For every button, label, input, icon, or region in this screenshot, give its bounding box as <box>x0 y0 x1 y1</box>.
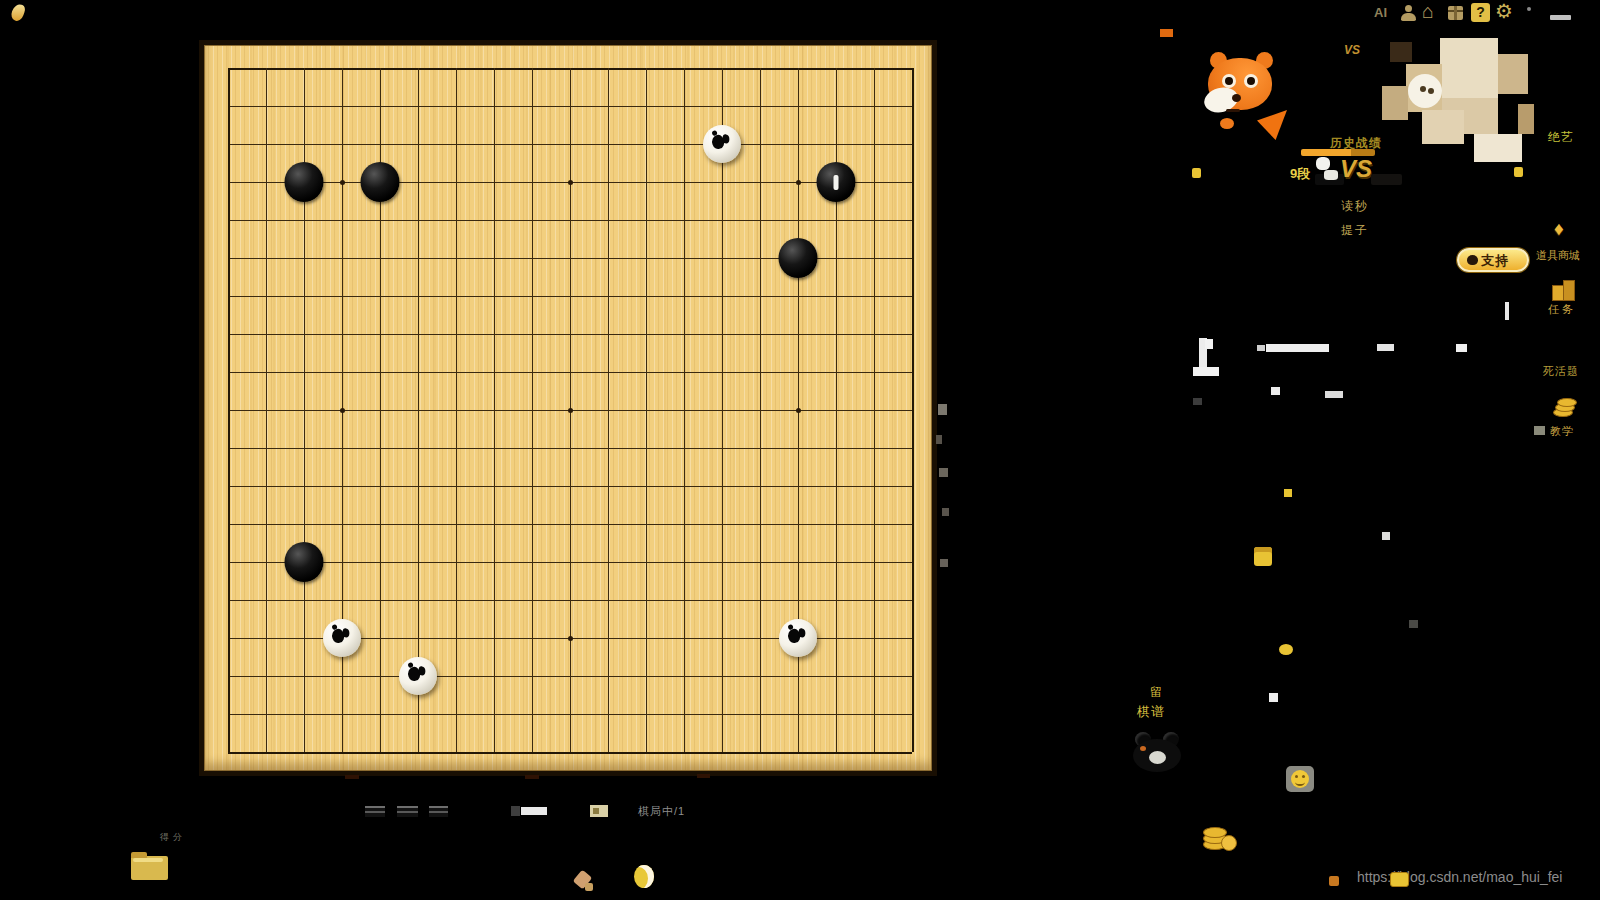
board-point-H3[interactable] <box>475 657 513 695</box>
emoji-button[interactable] <box>1286 766 1314 792</box>
board-point-E5[interactable] <box>361 581 399 619</box>
board-point-D6[interactable] <box>323 543 361 581</box>
board-point-H9[interactable] <box>475 429 513 467</box>
board-point-E13[interactable] <box>361 277 399 315</box>
board-point-K8[interactable] <box>551 467 589 505</box>
board-point-S19[interactable] <box>855 49 893 87</box>
board-point-F17[interactable] <box>399 125 437 163</box>
board-point-T5[interactable] <box>893 581 931 619</box>
nav-fragment[interactable] <box>429 806 448 817</box>
board-point-G1[interactable] <box>437 733 475 771</box>
board-point-N13[interactable] <box>665 277 703 315</box>
board-point-A3[interactable] <box>209 657 247 695</box>
board-point-G17[interactable] <box>437 125 475 163</box>
board-point-J1[interactable] <box>513 733 551 771</box>
home-icon[interactable]: ⌂ <box>1422 1 1434 21</box>
board-point-M12[interactable] <box>627 315 665 353</box>
board-point-R8[interactable] <box>817 467 855 505</box>
board-point-N7[interactable] <box>665 505 703 543</box>
board-point-K14[interactable] <box>551 239 589 277</box>
board-point-S1[interactable] <box>855 733 893 771</box>
board-point-B7[interactable] <box>247 505 285 543</box>
board-point-J13[interactable] <box>513 277 551 315</box>
folder-icon[interactable] <box>131 856 168 880</box>
board-point-S11[interactable] <box>855 353 893 391</box>
board-point-P13[interactable] <box>741 277 779 315</box>
board-point-L9[interactable] <box>589 429 627 467</box>
board-point-M13[interactable] <box>627 277 665 315</box>
board-point-G13[interactable] <box>437 277 475 315</box>
board-point-L1[interactable] <box>589 733 627 771</box>
board-point-R10[interactable] <box>817 391 855 429</box>
board-point-T1[interactable] <box>893 733 931 771</box>
board-point-A6[interactable] <box>209 543 247 581</box>
board-point-R4[interactable] <box>817 619 855 657</box>
board-point-D18[interactable] <box>323 87 361 125</box>
board-point-C11[interactable] <box>285 353 323 391</box>
board-point-J14[interactable] <box>513 239 551 277</box>
board-point-H2[interactable] <box>475 695 513 733</box>
board-point-S13[interactable] <box>855 277 893 315</box>
board-point-C17[interactable] <box>285 125 323 163</box>
board-point-M8[interactable] <box>627 467 665 505</box>
board-point-R2[interactable] <box>817 695 855 733</box>
board-point-F12[interactable] <box>399 315 437 353</box>
board-point-G12[interactable] <box>437 315 475 353</box>
board-point-B10[interactable] <box>247 391 285 429</box>
board-point-E6[interactable] <box>361 543 399 581</box>
board-point-P2[interactable] <box>741 695 779 733</box>
board-point-D7[interactable] <box>323 505 361 543</box>
board-point-T6[interactable] <box>893 543 931 581</box>
board-point-J5[interactable] <box>513 581 551 619</box>
board-point-H7[interactable] <box>475 505 513 543</box>
board-point-H8[interactable] <box>475 467 513 505</box>
board-point-T16[interactable] <box>893 163 931 201</box>
board-point-A16[interactable] <box>209 163 247 201</box>
board-point-O10[interactable] <box>703 391 741 429</box>
board-point-T13[interactable] <box>893 277 931 315</box>
board-point-D13[interactable] <box>323 277 361 315</box>
board-point-A5[interactable] <box>209 581 247 619</box>
board-point-J15[interactable] <box>513 201 551 239</box>
board-point-T11[interactable] <box>893 353 931 391</box>
board-point-K6[interactable] <box>551 543 589 581</box>
board-point-P15[interactable] <box>741 201 779 239</box>
board-point-N19[interactable] <box>665 49 703 87</box>
board-point-E11[interactable] <box>361 353 399 391</box>
board-point-L16[interactable] <box>589 163 627 201</box>
board-point-K9[interactable] <box>551 429 589 467</box>
board-point-Q16[interactable] <box>779 163 817 201</box>
board-point-C14[interactable] <box>285 239 323 277</box>
board-point-Q1[interactable] <box>779 733 817 771</box>
board-point-G3[interactable] <box>437 657 475 695</box>
board-point-N10[interactable] <box>665 391 703 429</box>
board-point-R11[interactable] <box>817 353 855 391</box>
board-point-R7[interactable] <box>817 505 855 543</box>
board-point-N15[interactable] <box>665 201 703 239</box>
board-point-C4[interactable] <box>285 619 323 657</box>
go-board[interactable] <box>209 49 931 771</box>
board-point-R15[interactable] <box>817 201 855 239</box>
board-point-N11[interactable] <box>665 353 703 391</box>
board-point-D9[interactable] <box>323 429 361 467</box>
board-point-D2[interactable] <box>323 695 361 733</box>
board-point-O16[interactable] <box>703 163 741 201</box>
board-point-H15[interactable] <box>475 201 513 239</box>
board-point-M6[interactable] <box>627 543 665 581</box>
board-point-M14[interactable] <box>627 239 665 277</box>
board-point-H12[interactable] <box>475 315 513 353</box>
board-point-Q14[interactable] <box>779 239 817 277</box>
board-point-G2[interactable] <box>437 695 475 733</box>
board-point-C9[interactable] <box>285 429 323 467</box>
board-point-J18[interactable] <box>513 87 551 125</box>
board-point-G10[interactable] <box>437 391 475 429</box>
board-point-C19[interactable] <box>285 49 323 87</box>
board-point-F19[interactable] <box>399 49 437 87</box>
board-point-J12[interactable] <box>513 315 551 353</box>
board-point-E18[interactable] <box>361 87 399 125</box>
board-point-Q12[interactable] <box>779 315 817 353</box>
board-point-M10[interactable] <box>627 391 665 429</box>
board-point-B3[interactable] <box>247 657 285 695</box>
board-point-T4[interactable] <box>893 619 931 657</box>
board-point-F6[interactable] <box>399 543 437 581</box>
nav-fragment[interactable] <box>511 806 520 816</box>
board-point-F13[interactable] <box>399 277 437 315</box>
board-point-S9[interactable] <box>855 429 893 467</box>
board-point-O7[interactable] <box>703 505 741 543</box>
board-point-E17[interactable] <box>361 125 399 163</box>
board-point-P8[interactable] <box>741 467 779 505</box>
board-point-G19[interactable] <box>437 49 475 87</box>
board-point-D12[interactable] <box>323 315 361 353</box>
board-point-F15[interactable] <box>399 201 437 239</box>
board-point-A4[interactable] <box>209 619 247 657</box>
board-point-H17[interactable] <box>475 125 513 163</box>
board-point-S18[interactable] <box>855 87 893 125</box>
board-point-E8[interactable] <box>361 467 399 505</box>
board-point-G5[interactable] <box>437 581 475 619</box>
board-point-M2[interactable] <box>627 695 665 733</box>
board-point-N5[interactable] <box>665 581 703 619</box>
board-point-N4[interactable] <box>665 619 703 657</box>
board-point-N14[interactable] <box>665 239 703 277</box>
board-point-B11[interactable] <box>247 353 285 391</box>
board-point-F7[interactable] <box>399 505 437 543</box>
minimize-dash-icon[interactable] <box>1550 15 1571 20</box>
board-point-P9[interactable] <box>741 429 779 467</box>
board-point-K11[interactable] <box>551 353 589 391</box>
board-point-N3[interactable] <box>665 657 703 695</box>
board-point-D5[interactable] <box>323 581 361 619</box>
board-point-C12[interactable] <box>285 315 323 353</box>
board-point-H10[interactable] <box>475 391 513 429</box>
board-point-T7[interactable] <box>893 505 931 543</box>
board-point-B1[interactable] <box>247 733 285 771</box>
board-point-O17[interactable] <box>703 125 741 163</box>
board-point-K15[interactable] <box>551 201 589 239</box>
board-point-D3[interactable] <box>323 657 361 695</box>
board-point-Q8[interactable] <box>779 467 817 505</box>
board-point-B2[interactable] <box>247 695 285 733</box>
board-point-E1[interactable] <box>361 733 399 771</box>
board-point-A19[interactable] <box>209 49 247 87</box>
board-point-A17[interactable] <box>209 125 247 163</box>
board-point-S4[interactable] <box>855 619 893 657</box>
board-point-E19[interactable] <box>361 49 399 87</box>
board-point-K13[interactable] <box>551 277 589 315</box>
gold-ingot-icon[interactable] <box>1553 398 1575 416</box>
board-point-B9[interactable] <box>247 429 285 467</box>
board-point-N12[interactable] <box>665 315 703 353</box>
board-point-A2[interactable] <box>209 695 247 733</box>
board-point-N8[interactable] <box>665 467 703 505</box>
board-point-T10[interactable] <box>893 391 931 429</box>
board-point-C7[interactable] <box>285 505 323 543</box>
board-point-B4[interactable] <box>247 619 285 657</box>
board-point-E9[interactable] <box>361 429 399 467</box>
sidebar-item-mall[interactable]: 道具商城 <box>1536 248 1580 263</box>
board-point-H19[interactable] <box>475 49 513 87</box>
board-point-C18[interactable] <box>285 87 323 125</box>
board-point-D1[interactable] <box>323 733 361 771</box>
help-icon[interactable]: ? <box>1471 3 1490 22</box>
board-point-E10[interactable] <box>361 391 399 429</box>
board-point-A18[interactable] <box>209 87 247 125</box>
board-point-R1[interactable] <box>817 733 855 771</box>
board-point-H11[interactable] <box>475 353 513 391</box>
board-point-J10[interactable] <box>513 391 551 429</box>
board-point-P10[interactable] <box>741 391 779 429</box>
board-point-C3[interactable] <box>285 657 323 695</box>
board-point-P11[interactable] <box>741 353 779 391</box>
board-point-L6[interactable] <box>589 543 627 581</box>
board-point-K4[interactable] <box>551 619 589 657</box>
board-point-H6[interactable] <box>475 543 513 581</box>
board-point-K1[interactable] <box>551 733 589 771</box>
board-point-F3[interactable] <box>399 657 437 695</box>
board-point-F14[interactable] <box>399 239 437 277</box>
board-point-M19[interactable] <box>627 49 665 87</box>
board-point-E3[interactable] <box>361 657 399 695</box>
board-point-P1[interactable] <box>741 733 779 771</box>
board-point-A10[interactable] <box>209 391 247 429</box>
board-point-S5[interactable] <box>855 581 893 619</box>
board-point-G16[interactable] <box>437 163 475 201</box>
board-point-O9[interactable] <box>703 429 741 467</box>
board-point-J16[interactable] <box>513 163 551 201</box>
board-point-T8[interactable] <box>893 467 931 505</box>
board-point-R5[interactable] <box>817 581 855 619</box>
board-point-E4[interactable] <box>361 619 399 657</box>
board-point-B8[interactable] <box>247 467 285 505</box>
board-point-R17[interactable] <box>817 125 855 163</box>
board-point-P7[interactable] <box>741 505 779 543</box>
board-point-Q2[interactable] <box>779 695 817 733</box>
board-point-C6[interactable] <box>285 543 323 581</box>
board-point-J3[interactable] <box>513 657 551 695</box>
board-point-L15[interactable] <box>589 201 627 239</box>
board-point-L4[interactable] <box>589 619 627 657</box>
board-point-G4[interactable] <box>437 619 475 657</box>
support-button[interactable]: 支持 <box>1457 248 1529 272</box>
board-point-D19[interactable] <box>323 49 361 87</box>
board-point-G6[interactable] <box>437 543 475 581</box>
board-point-N18[interactable] <box>665 87 703 125</box>
board-point-P17[interactable] <box>741 125 779 163</box>
board-point-D14[interactable] <box>323 239 361 277</box>
board-point-M1[interactable] <box>627 733 665 771</box>
board-point-C1[interactable] <box>285 733 323 771</box>
board-point-S16[interactable] <box>855 163 893 201</box>
board-point-J8[interactable] <box>513 467 551 505</box>
board-point-S6[interactable] <box>855 543 893 581</box>
board-point-R6[interactable] <box>817 543 855 581</box>
board-point-M18[interactable] <box>627 87 665 125</box>
gem-icon[interactable]: ♦ <box>1554 218 1564 240</box>
nav-icon[interactable] <box>590 805 608 817</box>
board-point-B12[interactable] <box>247 315 285 353</box>
board-point-P3[interactable] <box>741 657 779 695</box>
board-point-S10[interactable] <box>855 391 893 429</box>
board-point-B17[interactable] <box>247 125 285 163</box>
board-point-F16[interactable] <box>399 163 437 201</box>
board-point-M11[interactable] <box>627 353 665 391</box>
board-point-E7[interactable] <box>361 505 399 543</box>
board-point-O15[interactable] <box>703 201 741 239</box>
board-point-F1[interactable] <box>399 733 437 771</box>
board-point-L13[interactable] <box>589 277 627 315</box>
board-point-C10[interactable] <box>285 391 323 429</box>
board-point-D17[interactable] <box>323 125 361 163</box>
board-point-M3[interactable] <box>627 657 665 695</box>
board-point-O6[interactable] <box>703 543 741 581</box>
board-point-C15[interactable] <box>285 201 323 239</box>
board-point-Q3[interactable] <box>779 657 817 695</box>
board-point-N17[interactable] <box>665 125 703 163</box>
board-point-K5[interactable] <box>551 581 589 619</box>
board-point-Q18[interactable] <box>779 87 817 125</box>
board-point-D4[interactable] <box>323 619 361 657</box>
board-point-G14[interactable] <box>437 239 475 277</box>
board-point-P18[interactable] <box>741 87 779 125</box>
board-point-O4[interactable] <box>703 619 741 657</box>
board-point-M16[interactable] <box>627 163 665 201</box>
board-point-G15[interactable] <box>437 201 475 239</box>
board-point-A12[interactable] <box>209 315 247 353</box>
board-point-P19[interactable] <box>741 49 779 87</box>
board-point-H13[interactable] <box>475 277 513 315</box>
board-point-K17[interactable] <box>551 125 589 163</box>
board-point-L7[interactable] <box>589 505 627 543</box>
sidebar-item-tasks[interactable]: 任务 <box>1548 302 1576 317</box>
board-point-A14[interactable] <box>209 239 247 277</box>
board-point-F9[interactable] <box>399 429 437 467</box>
board-point-D8[interactable] <box>323 467 361 505</box>
board-point-R14[interactable] <box>817 239 855 277</box>
board-point-S17[interactable] <box>855 125 893 163</box>
board-point-N9[interactable] <box>665 429 703 467</box>
board-point-H4[interactable] <box>475 619 513 657</box>
board-point-M4[interactable] <box>627 619 665 657</box>
board-point-J2[interactable] <box>513 695 551 733</box>
board-point-P16[interactable] <box>741 163 779 201</box>
board-point-E12[interactable] <box>361 315 399 353</box>
board-point-O3[interactable] <box>703 657 741 695</box>
board-point-B15[interactable] <box>247 201 285 239</box>
board-point-R12[interactable] <box>817 315 855 353</box>
board-point-N2[interactable] <box>665 695 703 733</box>
board-point-L14[interactable] <box>589 239 627 277</box>
board-point-L8[interactable] <box>589 467 627 505</box>
board-point-L3[interactable] <box>589 657 627 695</box>
gift-icon[interactable] <box>1448 6 1463 20</box>
board-point-H18[interactable] <box>475 87 513 125</box>
board-point-S12[interactable] <box>855 315 893 353</box>
board-point-P4[interactable] <box>741 619 779 657</box>
user-icon[interactable] <box>1401 5 1416 21</box>
board-point-O14[interactable] <box>703 239 741 277</box>
board-point-M15[interactable] <box>627 201 665 239</box>
board-point-Q19[interactable] <box>779 49 817 87</box>
board-point-H5[interactable] <box>475 581 513 619</box>
sidebar-item-tsumego[interactable]: 死活题 <box>1543 364 1579 379</box>
board-point-L10[interactable] <box>589 391 627 429</box>
board-point-L17[interactable] <box>589 125 627 163</box>
board-point-B5[interactable] <box>247 581 285 619</box>
board-point-R19[interactable] <box>817 49 855 87</box>
board-point-K18[interactable] <box>551 87 589 125</box>
board-point-P6[interactable] <box>741 543 779 581</box>
board-point-O19[interactable] <box>703 49 741 87</box>
board-point-R13[interactable] <box>817 277 855 315</box>
board-point-E15[interactable] <box>361 201 399 239</box>
board-point-E2[interactable] <box>361 695 399 733</box>
board-point-K10[interactable] <box>551 391 589 429</box>
board-point-Q13[interactable] <box>779 277 817 315</box>
board-point-Q4[interactable] <box>779 619 817 657</box>
board-point-B16[interactable] <box>247 163 285 201</box>
board-point-T2[interactable] <box>893 695 931 733</box>
board-point-J4[interactable] <box>513 619 551 657</box>
board-point-G8[interactable] <box>437 467 475 505</box>
board-point-Q11[interactable] <box>779 353 817 391</box>
board-point-S15[interactable] <box>855 201 893 239</box>
board-point-G7[interactable] <box>437 505 475 543</box>
board-point-C8[interactable] <box>285 467 323 505</box>
board-point-S7[interactable] <box>855 505 893 543</box>
board-point-O5[interactable] <box>703 581 741 619</box>
board-point-L2[interactable] <box>589 695 627 733</box>
board-point-R3[interactable] <box>817 657 855 695</box>
board-point-M7[interactable] <box>627 505 665 543</box>
board-point-E16[interactable] <box>361 163 399 201</box>
board-point-L12[interactable] <box>589 315 627 353</box>
sidebar-item-teaching[interactable]: 教学 <box>1550 424 1574 439</box>
board-point-C13[interactable] <box>285 277 323 315</box>
board-point-C16[interactable] <box>285 163 323 201</box>
board-point-A7[interactable] <box>209 505 247 543</box>
board-point-N16[interactable] <box>665 163 703 201</box>
board-point-K2[interactable] <box>551 695 589 733</box>
board-point-J7[interactable] <box>513 505 551 543</box>
board-point-E14[interactable] <box>361 239 399 277</box>
board-point-G9[interactable] <box>437 429 475 467</box>
board-point-O8[interactable] <box>703 467 741 505</box>
